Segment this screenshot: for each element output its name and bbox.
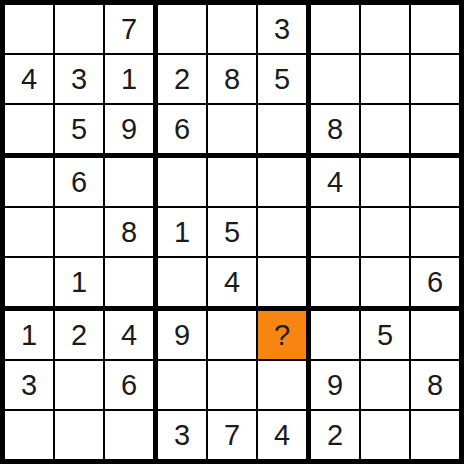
cell-r1c5[interactable]: [208, 5, 258, 55]
cell-r5c4[interactable]: 1: [158, 208, 208, 258]
cell-r8c1[interactable]: 3: [5, 361, 55, 411]
cell-r9c7[interactable]: 2: [311, 411, 361, 459]
cell-r6c4[interactable]: [158, 258, 208, 311]
cell-r9c6[interactable]: 4: [258, 411, 311, 459]
cell-r9c8[interactable]: [361, 411, 411, 459]
cell-r4c7[interactable]: 4: [311, 158, 361, 208]
cell-r3c8[interactable]: [361, 105, 411, 158]
cell-r2c8[interactable]: [361, 55, 411, 105]
cell-r4c2[interactable]: 6: [55, 158, 105, 208]
cell-r7c1[interactable]: 1: [5, 311, 55, 361]
cell-r8c9[interactable]: 8: [411, 361, 459, 411]
cell-r7c6[interactable]: ?: [258, 311, 311, 361]
cell-r2c6[interactable]: 5: [258, 55, 311, 105]
cell-r1c6[interactable]: 3: [258, 5, 311, 55]
cell-r4c5[interactable]: [208, 158, 258, 208]
cell-r3c6[interactable]: [258, 105, 311, 158]
cell-r8c7[interactable]: 9: [311, 361, 361, 411]
cell-r8c2[interactable]: [55, 361, 105, 411]
cell-r5c6[interactable]: [258, 208, 311, 258]
cell-r2c1[interactable]: 4: [5, 55, 55, 105]
cell-r2c3[interactable]: 1: [105, 55, 158, 105]
cell-r1c7[interactable]: [311, 5, 361, 55]
cell-r8c3[interactable]: 6: [105, 361, 158, 411]
cell-r2c5[interactable]: 8: [208, 55, 258, 105]
cell-r5c9[interactable]: [411, 208, 459, 258]
cell-r4c1[interactable]: [5, 158, 55, 208]
cell-r5c8[interactable]: [361, 208, 411, 258]
cell-r2c9[interactable]: [411, 55, 459, 105]
cell-r9c2[interactable]: [55, 411, 105, 459]
cell-r9c9[interactable]: [411, 411, 459, 459]
cell-r3c9[interactable]: [411, 105, 459, 158]
cell-r5c3[interactable]: 8: [105, 208, 158, 258]
cell-r9c3[interactable]: [105, 411, 158, 459]
cell-r4c9[interactable]: [411, 158, 459, 208]
cell-r8c8[interactable]: [361, 361, 411, 411]
cell-r2c7[interactable]: [311, 55, 361, 105]
cell-r3c5[interactable]: [208, 105, 258, 158]
cell-r7c3[interactable]: 4: [105, 311, 158, 361]
cell-r8c5[interactable]: [208, 361, 258, 411]
cell-r5c5[interactable]: 5: [208, 208, 258, 258]
cell-r7c4[interactable]: 9: [158, 311, 208, 361]
cell-r6c3[interactable]: [105, 258, 158, 311]
cell-r5c1[interactable]: [5, 208, 55, 258]
cell-r6c1[interactable]: [5, 258, 55, 311]
cell-r1c8[interactable]: [361, 5, 411, 55]
cell-r1c2[interactable]: [55, 5, 105, 55]
cell-r9c1[interactable]: [5, 411, 55, 459]
cell-r6c9[interactable]: 6: [411, 258, 459, 311]
sudoku-board: 734312855968648151461249?536983742: [0, 0, 464, 464]
cell-r9c4[interactable]: 3: [158, 411, 208, 459]
cell-r7c5[interactable]: [208, 311, 258, 361]
cell-r2c2[interactable]: 3: [55, 55, 105, 105]
cell-r8c4[interactable]: [158, 361, 208, 411]
cell-r6c6[interactable]: [258, 258, 311, 311]
cell-r6c7[interactable]: [311, 258, 361, 311]
cell-r1c4[interactable]: [158, 5, 208, 55]
cell-r5c7[interactable]: [311, 208, 361, 258]
cell-r7c8[interactable]: 5: [361, 311, 411, 361]
cell-r6c5[interactable]: 4: [208, 258, 258, 311]
cell-r7c9[interactable]: [411, 311, 459, 361]
cell-r9c5[interactable]: 7: [208, 411, 258, 459]
cell-r3c2[interactable]: 5: [55, 105, 105, 158]
cell-r8c6[interactable]: [258, 361, 311, 411]
cell-r4c6[interactable]: [258, 158, 311, 208]
cell-r3c7[interactable]: 8: [311, 105, 361, 158]
cell-r5c2[interactable]: [55, 208, 105, 258]
cell-r1c9[interactable]: [411, 5, 459, 55]
cell-r3c1[interactable]: [5, 105, 55, 158]
cell-r7c2[interactable]: 2: [55, 311, 105, 361]
cell-r1c3[interactable]: 7: [105, 5, 158, 55]
cell-r1c1[interactable]: [5, 5, 55, 55]
cell-r4c8[interactable]: [361, 158, 411, 208]
cell-r3c4[interactable]: 6: [158, 105, 208, 158]
cell-r4c3[interactable]: [105, 158, 158, 208]
cell-r7c7[interactable]: [311, 311, 361, 361]
cell-r6c2[interactable]: 1: [55, 258, 105, 311]
cell-r4c4[interactable]: [158, 158, 208, 208]
cell-r3c3[interactable]: 9: [105, 105, 158, 158]
cell-r2c4[interactable]: 2: [158, 55, 208, 105]
cell-r6c8[interactable]: [361, 258, 411, 311]
